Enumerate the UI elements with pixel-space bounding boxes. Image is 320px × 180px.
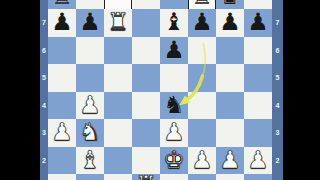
square-e2: ♚ (160, 147, 188, 175)
square-d2 (132, 147, 160, 175)
square-g1 (216, 174, 244, 180)
rank-label-right-6: 6 (272, 47, 283, 54)
rank-label-left-2: 2 (40, 157, 48, 164)
square-f3 (188, 119, 216, 147)
square-e8 (160, 0, 188, 9)
square-d4 (132, 92, 160, 120)
square-e3: ♟ (160, 119, 188, 147)
rank-label-left-6: 6 (40, 47, 48, 54)
rank-label-right-5: 5 (272, 74, 283, 81)
square-d7 (132, 9, 160, 37)
square-h7: ♟ (244, 9, 272, 37)
black-rook-a8: ♜ (48, 0, 76, 9)
square-c7: ♜ (104, 9, 132, 37)
square-f2: ♟ (188, 147, 216, 175)
square-a8: ♜ (48, 0, 76, 9)
square-f4 (188, 92, 216, 120)
highlight-square-f8 (188, 0, 216, 9)
square-a7: ♟ (48, 9, 76, 37)
square-d5 (132, 64, 160, 92)
square-h1 (244, 174, 272, 180)
highlight-square-c8 (104, 0, 132, 9)
square-b5 (76, 64, 104, 92)
white-rook-c7: ♜ (104, 9, 132, 37)
square-h8 (244, 0, 272, 9)
square-g5 (216, 64, 244, 92)
square-e1 (160, 174, 188, 180)
square-e7: ♝ (160, 9, 188, 37)
square-b8 (76, 0, 104, 9)
white-bishop-b2: ♝ (76, 147, 104, 175)
board-border-right: 765432 (272, 0, 283, 180)
square-a5 (48, 64, 76, 92)
square-e4: ♞ (160, 92, 188, 120)
square-g7: ♟ (216, 9, 244, 37)
square-h3 (244, 119, 272, 147)
square-a4 (48, 92, 76, 120)
rank-label-left-3: 3 (40, 129, 48, 136)
square-f8: ♜ (188, 0, 216, 9)
black-pawn-h7: ♟ (244, 9, 272, 37)
square-f5 (188, 64, 216, 92)
square-c5 (104, 64, 132, 92)
square-b1 (76, 174, 104, 180)
square-c3 (104, 119, 132, 147)
rank-label-right-3: 3 (272, 129, 283, 136)
black-knight-e4: ♞ (160, 92, 188, 120)
black-pawn-f7: ♟ (188, 9, 216, 37)
square-e6: ♟ (160, 37, 188, 65)
square-c4 (104, 92, 132, 120)
square-d3 (132, 119, 160, 147)
square-g3 (216, 119, 244, 147)
square-b7: ♟ (76, 9, 104, 37)
square-h6 (244, 37, 272, 65)
white-pawn-g2: ♟ (216, 147, 244, 175)
square-d6 (132, 37, 160, 65)
black-pawn-e6: ♟ (160, 37, 188, 65)
square-d1: ♜ (132, 174, 160, 180)
square-c2 (104, 147, 132, 175)
square-b2: ♝ (76, 147, 104, 175)
rank-label-right-7: 7 (272, 19, 283, 26)
white-knight-b3: ♞ (76, 119, 104, 147)
square-g2: ♟ (216, 147, 244, 175)
white-pawn-a3: ♟ (48, 119, 76, 147)
rank-label-left-5: 5 (40, 74, 48, 81)
square-g4 (216, 92, 244, 120)
square-c8 (104, 0, 132, 9)
white-king-e2: ♚ (160, 147, 188, 175)
square-b4: ♟ (76, 92, 104, 120)
rank-label-left-7: 7 (40, 19, 48, 26)
square-a3: ♟ (48, 119, 76, 147)
rank-label-left-4: 4 (40, 102, 48, 109)
square-h2: ♟ (244, 147, 272, 175)
white-rook-d1: ♜ (132, 174, 160, 180)
video-frame: 765432 ♜♜♚♟♟♜♝♟♟♟♟♟♞♟♞♟♝♚♟♟♟♜ 765432 (0, 0, 320, 180)
square-d8 (132, 0, 160, 9)
white-pawn-e3: ♟ (160, 119, 188, 147)
rank-label-right-2: 2 (272, 157, 283, 164)
square-b3: ♞ (76, 119, 104, 147)
rank-label-right-4: 4 (272, 102, 283, 109)
square-h5 (244, 64, 272, 92)
white-pawn-b4: ♟ (76, 92, 104, 120)
square-f1 (188, 174, 216, 180)
black-pawn-g7: ♟ (216, 9, 244, 37)
white-pawn-h2: ♟ (244, 147, 272, 175)
black-pawn-a7: ♟ (48, 9, 76, 37)
square-c6 (104, 37, 132, 65)
square-a2 (48, 147, 76, 175)
board-squares: ♜♜♚♟♟♜♝♟♟♟♟♟♞♟♞♟♝♚♟♟♟♜ (48, 0, 272, 180)
square-e5 (160, 64, 188, 92)
black-pawn-b7: ♟ (76, 9, 104, 37)
square-a1 (48, 174, 76, 180)
square-h4 (244, 92, 272, 120)
white-pawn-f2: ♟ (188, 147, 216, 175)
square-c1 (104, 174, 132, 180)
square-f7: ♟ (188, 9, 216, 37)
square-f6 (188, 37, 216, 65)
square-b6 (76, 37, 104, 65)
black-bishop-e7: ♝ (160, 9, 188, 37)
black-king-g8: ♚ (216, 0, 244, 9)
square-a6 (48, 37, 76, 65)
chessboard: 765432 ♜♜♚♟♟♜♝♟♟♟♟♟♞♟♞♟♝♚♟♟♟♜ 765432 (40, 0, 283, 180)
square-g8: ♚ (216, 0, 244, 9)
board-border-left: 765432 (40, 0, 48, 180)
square-g6 (216, 37, 244, 65)
